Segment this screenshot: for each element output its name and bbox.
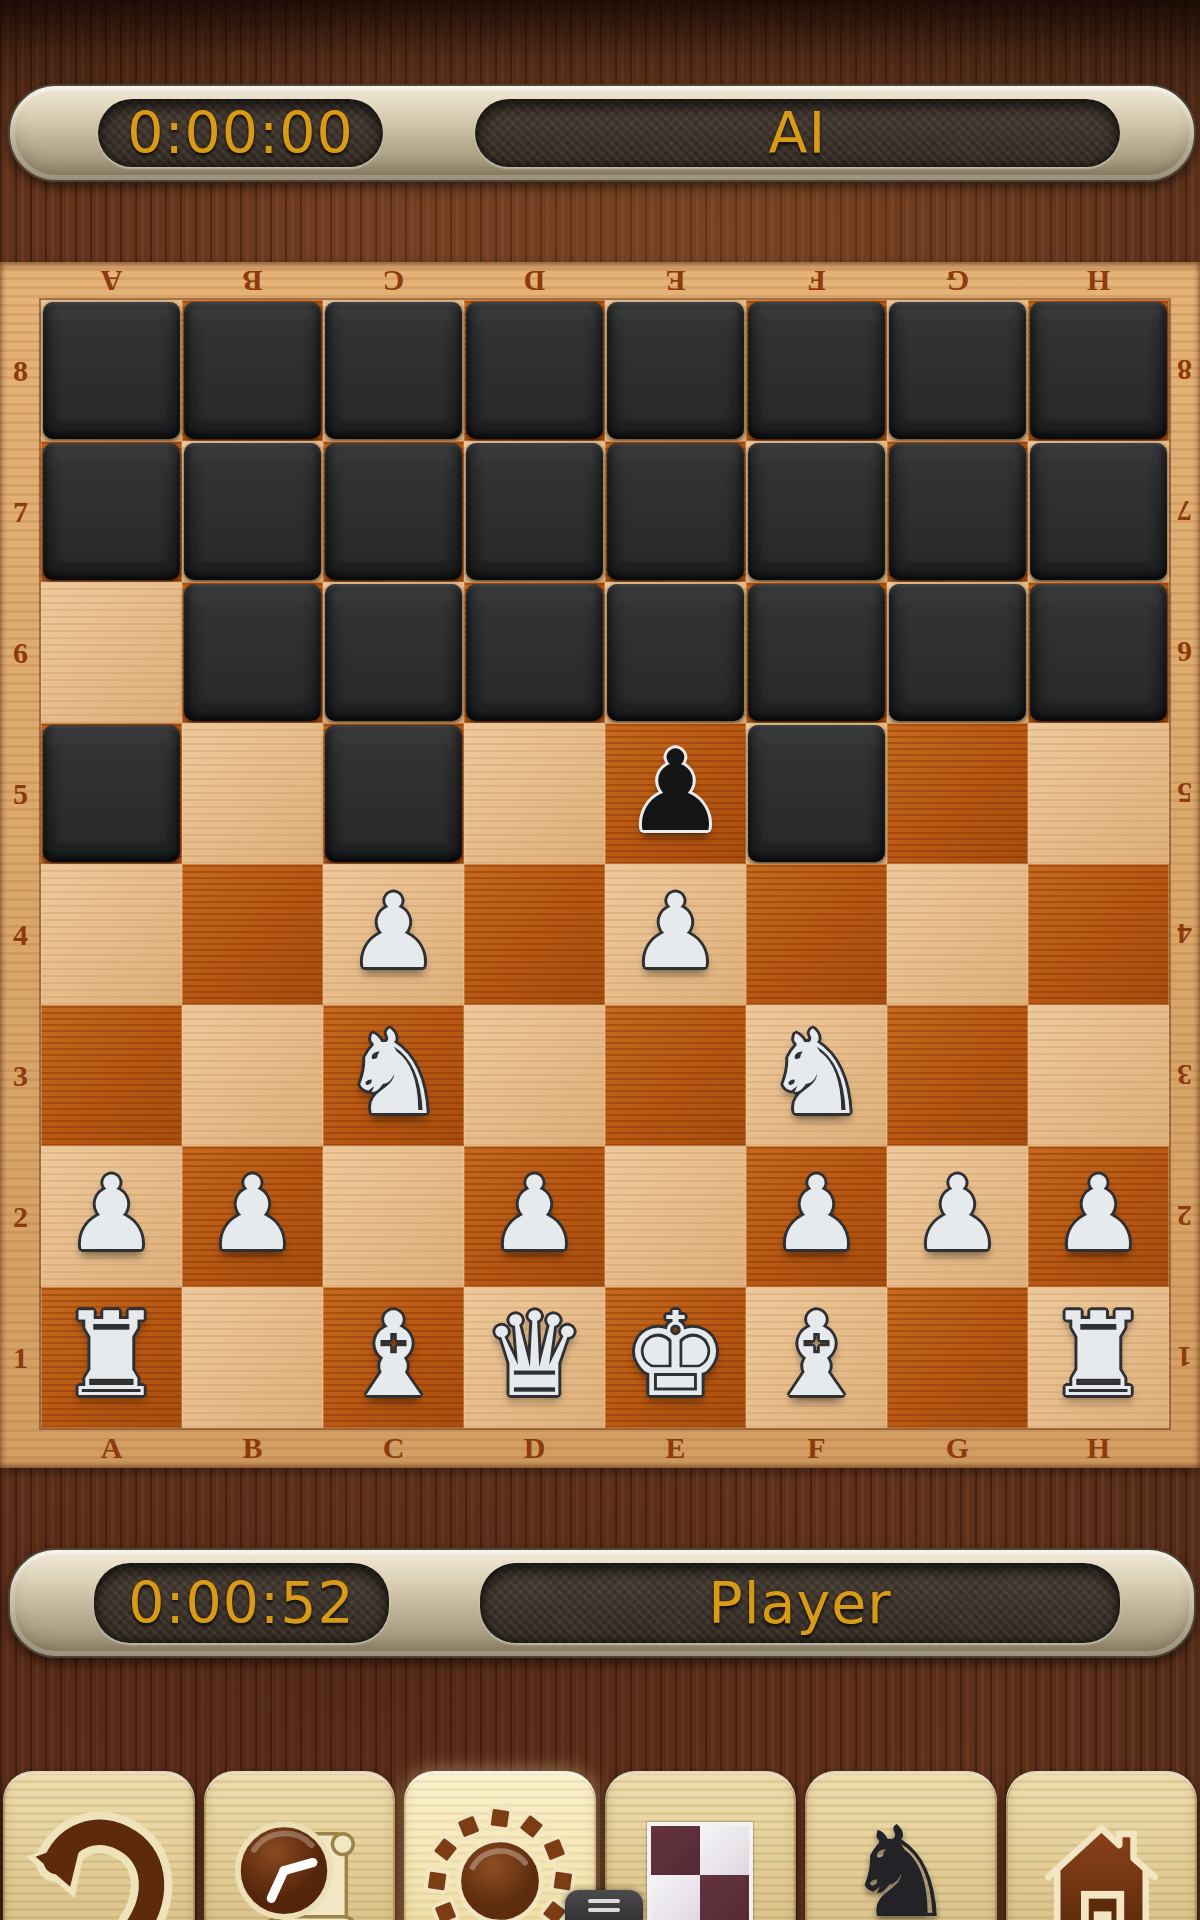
square-c3[interactable]: ♞ (323, 1005, 464, 1146)
rank-label-8: 8 (1169, 300, 1200, 441)
chess-board: ABCDEFGH ABCDEFGH 87654321 87654321 ♟♟♟♞… (0, 262, 1200, 1468)
rank-label-8: 8 (0, 300, 41, 441)
rank-label-1: 1 (1169, 1287, 1200, 1428)
white-pawn: ♟ (912, 1163, 1003, 1265)
square-a6[interactable] (41, 582, 182, 723)
square-f8[interactable] (746, 300, 887, 441)
file-labels-top: ABCDEFGH (41, 262, 1169, 300)
square-c8[interactable] (323, 300, 464, 441)
white-knight: ♞ (765, 1015, 869, 1131)
opponent-clock-panel: 0:00:00 (98, 99, 383, 167)
undo-arrow-icon (24, 1806, 174, 1920)
square-b7[interactable] (182, 441, 323, 582)
rank-label-5: 5 (1169, 723, 1200, 864)
fog-tile (748, 443, 885, 580)
square-b1[interactable] (182, 1287, 323, 1428)
player-clock-panel: 0:00:52 (94, 1563, 389, 1643)
square-e6[interactable] (605, 582, 746, 723)
player-clock: 0:00:52 (128, 1570, 355, 1636)
undo-button[interactable] (3, 1771, 195, 1920)
square-h5[interactable] (1028, 723, 1169, 864)
rank-labels-right: 87654321 (1169, 300, 1200, 1428)
file-label-e: E (605, 262, 746, 300)
white-king: ♚ (624, 1297, 728, 1413)
player-name-panel: Player (480, 1563, 1120, 1643)
square-c1[interactable]: ♝ (323, 1287, 464, 1428)
fog-tile (43, 443, 180, 580)
square-a3[interactable] (41, 1005, 182, 1146)
black-pawn: ♟ (625, 735, 725, 847)
file-label-g: G (887, 262, 1028, 300)
square-d3[interactable] (464, 1005, 605, 1146)
file-labels-bottom: ABCDEFGH (41, 1428, 1169, 1468)
fog-tile (466, 302, 603, 439)
fog-tile (184, 443, 321, 580)
fog-tile (1030, 302, 1167, 439)
square-g7[interactable] (887, 441, 1028, 582)
fog-tile (43, 725, 180, 862)
black-knight-icon: ♞ (844, 1810, 957, 1920)
square-a2[interactable]: ♟ (41, 1146, 182, 1287)
square-g3[interactable] (887, 1005, 1028, 1146)
rank-label-4: 4 (1169, 864, 1200, 1005)
square-f5[interactable] (746, 723, 887, 864)
square-h8[interactable] (1028, 300, 1169, 441)
file-label-h: H (1028, 262, 1169, 300)
fog-tile (889, 302, 1026, 439)
fog-tile (607, 443, 744, 580)
rank-labels-left: 87654321 (0, 300, 41, 1428)
square-g2[interactable]: ♟ (887, 1146, 1028, 1287)
square-e4[interactable]: ♟ (605, 864, 746, 1005)
history-button[interactable] (204, 1771, 396, 1920)
checkerboard-icon (651, 1826, 749, 1920)
square-f4[interactable] (746, 864, 887, 1005)
clock-scroll-icon (224, 1806, 374, 1920)
file-label-a: A (41, 1428, 182, 1468)
drag-handle-icon (588, 1899, 620, 1903)
fog-tile (184, 302, 321, 439)
fog-tile (184, 584, 321, 721)
opponent-clock: 0:00:00 (127, 100, 354, 166)
square-f2[interactable]: ♟ (746, 1146, 887, 1287)
square-c4[interactable]: ♟ (323, 864, 464, 1005)
file-label-d: D (464, 262, 605, 300)
opponent-name: AI (769, 100, 827, 166)
square-c6[interactable] (323, 582, 464, 723)
square-e5[interactable]: ♟ (605, 723, 746, 864)
fog-tile (325, 443, 462, 580)
square-g5[interactable] (887, 723, 1028, 864)
piece-style-button[interactable]: ♞ (805, 1771, 997, 1920)
square-g6[interactable] (887, 582, 1028, 723)
white-pawn: ♟ (771, 1163, 862, 1265)
square-d1[interactable]: ♛ (464, 1287, 605, 1428)
square-d5[interactable] (464, 723, 605, 864)
square-d7[interactable] (464, 441, 605, 582)
file-label-e: E (605, 1428, 746, 1468)
file-label-a: A (41, 262, 182, 300)
home-icon (1024, 1804, 1179, 1920)
square-a5[interactable] (41, 723, 182, 864)
fog-tile (1030, 443, 1167, 580)
rank-label-6: 6 (1169, 582, 1200, 723)
file-label-f: F (746, 1428, 887, 1468)
file-label-b: B (182, 262, 323, 300)
white-pawn: ♟ (489, 1163, 580, 1265)
square-a7[interactable] (41, 441, 182, 582)
square-d4[interactable] (464, 864, 605, 1005)
fog-tile (325, 302, 462, 439)
square-e1[interactable]: ♚ (605, 1287, 746, 1428)
opponent-name-panel: AI (475, 99, 1120, 167)
square-d2[interactable]: ♟ (464, 1146, 605, 1287)
rank-label-6: 6 (0, 582, 41, 723)
square-h3[interactable] (1028, 1005, 1169, 1146)
home-button[interactable] (1006, 1771, 1198, 1920)
square-a1[interactable]: ♜ (41, 1287, 182, 1428)
square-e3[interactable] (605, 1005, 746, 1146)
square-h4[interactable] (1028, 864, 1169, 1005)
fog-tile (325, 584, 462, 721)
square-h1[interactable]: ♜ (1028, 1287, 1169, 1428)
white-pawn: ♟ (66, 1163, 157, 1265)
white-queen: ♛ (483, 1297, 587, 1413)
rank-label-7: 7 (1169, 441, 1200, 582)
fog-tile (748, 584, 885, 721)
rank-label-7: 7 (0, 441, 41, 582)
square-b6[interactable] (182, 582, 323, 723)
fog-tile (748, 302, 885, 439)
file-label-c: C (323, 262, 464, 300)
board-grid: ♟♟♟♞♞♟♟♟♟♟♟♜♝♛♚♝♜ (41, 300, 1169, 1428)
player-hud-bar: 0:00:52 Player (8, 1548, 1196, 1658)
white-bishop: ♝ (765, 1297, 869, 1413)
square-f6[interactable] (746, 582, 887, 723)
white-rook: ♜ (1047, 1297, 1151, 1413)
file-label-f: F (746, 262, 887, 300)
fog-tile (325, 725, 462, 862)
rank-label-1: 1 (0, 1287, 41, 1428)
rank-label-2: 2 (1169, 1146, 1200, 1287)
rank-label-3: 3 (0, 1005, 41, 1146)
white-pawn: ♟ (1053, 1163, 1144, 1265)
square-c2[interactable] (323, 1146, 464, 1287)
file-label-g: G (887, 1428, 1028, 1468)
file-label-c: C (323, 1428, 464, 1468)
white-pawn: ♟ (348, 881, 439, 983)
file-label-h: H (1028, 1428, 1169, 1468)
square-c7[interactable] (323, 441, 464, 582)
square-b8[interactable] (182, 300, 323, 441)
rank-label-3: 3 (1169, 1005, 1200, 1146)
square-f1[interactable]: ♝ (746, 1287, 887, 1428)
square-e2[interactable] (605, 1146, 746, 1287)
white-bishop: ♝ (342, 1297, 446, 1413)
fog-tile (43, 302, 180, 439)
player-name: Player (708, 1570, 891, 1636)
fog-tile (889, 443, 1026, 580)
square-h6[interactable] (1028, 582, 1169, 723)
fog-tile (607, 302, 744, 439)
fog-tile (466, 584, 603, 721)
square-a8[interactable] (41, 300, 182, 441)
file-label-b: B (182, 1428, 323, 1468)
square-b5[interactable] (182, 723, 323, 864)
fog-tile (1030, 584, 1167, 721)
file-label-d: D (464, 1428, 605, 1468)
square-d8[interactable] (464, 300, 605, 441)
square-b4[interactable] (182, 864, 323, 1005)
drawer-handle[interactable] (565, 1890, 643, 1920)
square-b2[interactable]: ♟ (182, 1146, 323, 1287)
fog-tile (748, 725, 885, 862)
square-g1[interactable] (887, 1287, 1028, 1428)
white-pawn: ♟ (630, 881, 721, 983)
rank-label-4: 4 (0, 864, 41, 1005)
wooden-sun-icon (420, 1801, 580, 1920)
fog-tile (607, 584, 744, 721)
square-c5[interactable] (323, 723, 464, 864)
rank-label-5: 5 (0, 723, 41, 864)
square-f7[interactable] (746, 441, 887, 582)
fog-tile (466, 443, 603, 580)
square-d6[interactable] (464, 582, 605, 723)
square-b3[interactable] (182, 1005, 323, 1146)
square-e8[interactable] (605, 300, 746, 441)
white-rook: ♜ (60, 1297, 164, 1413)
opponent-hud-bar: 0:00:00 AI (8, 84, 1196, 182)
square-e7[interactable] (605, 441, 746, 582)
square-h2[interactable]: ♟ (1028, 1146, 1169, 1287)
white-pawn: ♟ (207, 1163, 298, 1265)
square-f3[interactable]: ♞ (746, 1005, 887, 1146)
square-g4[interactable] (887, 864, 1028, 1005)
rank-label-2: 2 (0, 1146, 41, 1287)
square-g8[interactable] (887, 300, 1028, 441)
white-knight: ♞ (342, 1015, 446, 1131)
fog-tile (889, 584, 1026, 721)
drag-handle-icon (588, 1908, 620, 1912)
square-h7[interactable] (1028, 441, 1169, 582)
square-a4[interactable] (41, 864, 182, 1005)
